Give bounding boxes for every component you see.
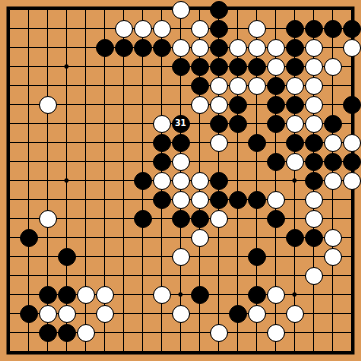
black-stone: [191, 58, 209, 76]
point-white: [323, 228, 342, 247]
intersection[interactable]: [209, 247, 228, 266]
black-stone: [267, 153, 285, 171]
point-black: [190, 209, 209, 228]
intersection[interactable]: [209, 152, 228, 171]
intersection[interactable]: [266, 342, 285, 361]
intersection[interactable]: [342, 57, 361, 76]
intersection[interactable]: [114, 190, 133, 209]
point-black: [133, 209, 152, 228]
intersection[interactable]: [19, 95, 38, 114]
intersection[interactable]: [304, 323, 323, 342]
intersection[interactable]: [57, 209, 76, 228]
black-stone: [191, 286, 209, 304]
point-white: [152, 19, 171, 38]
intersection[interactable]: [190, 0, 209, 19]
intersection[interactable]: [209, 228, 228, 247]
intersection[interactable]: [95, 19, 114, 38]
intersection[interactable]: [38, 190, 57, 209]
intersection[interactable]: [57, 57, 76, 76]
intersection[interactable]: [247, 95, 266, 114]
intersection[interactable]: [323, 342, 342, 361]
intersection[interactable]: [285, 323, 304, 342]
intersection[interactable]: [0, 285, 19, 304]
intersection[interactable]: [114, 247, 133, 266]
intersection[interactable]: [342, 209, 361, 228]
intersection[interactable]: [95, 190, 114, 209]
intersection[interactable]: [0, 209, 19, 228]
intersection[interactable]: [95, 114, 114, 133]
white-stone: [343, 172, 361, 190]
intersection[interactable]: [57, 266, 76, 285]
point-black: [133, 38, 152, 57]
intersection[interactable]: [76, 95, 95, 114]
white-stone: [286, 77, 304, 95]
point-black: [209, 38, 228, 57]
intersection[interactable]: [152, 57, 171, 76]
intersection[interactable]: [38, 247, 57, 266]
intersection[interactable]: [114, 323, 133, 342]
white-stone: [39, 305, 57, 323]
intersection[interactable]: [228, 266, 247, 285]
intersection[interactable]: [304, 342, 323, 361]
intersection[interactable]: [133, 0, 152, 19]
intersection[interactable]: [247, 228, 266, 247]
intersection[interactable]: [133, 285, 152, 304]
intersection[interactable]: [133, 114, 152, 133]
intersection[interactable]: [19, 190, 38, 209]
intersection[interactable]: [133, 304, 152, 323]
intersection[interactable]: [266, 171, 285, 190]
intersection[interactable]: [133, 57, 152, 76]
intersection[interactable]: [152, 76, 171, 95]
point-white: [285, 304, 304, 323]
intersection[interactable]: [0, 266, 19, 285]
intersection[interactable]: [57, 38, 76, 57]
intersection[interactable]: [76, 304, 95, 323]
intersection[interactable]: [190, 342, 209, 361]
intersection[interactable]: [0, 304, 19, 323]
intersection[interactable]: [114, 228, 133, 247]
intersection[interactable]: [209, 304, 228, 323]
intersection[interactable]: [76, 19, 95, 38]
intersection[interactable]: [285, 285, 304, 304]
intersection[interactable]: [228, 0, 247, 19]
point-white: [133, 19, 152, 38]
intersection[interactable]: [342, 304, 361, 323]
white-stone: [210, 96, 228, 114]
intersection[interactable]: [38, 266, 57, 285]
intersection[interactable]: [19, 133, 38, 152]
intersection[interactable]: [133, 190, 152, 209]
intersection[interactable]: [76, 171, 95, 190]
intersection[interactable]: [342, 228, 361, 247]
intersection[interactable]: [114, 152, 133, 171]
intersection[interactable]: [133, 152, 152, 171]
intersection[interactable]: [133, 323, 152, 342]
intersection[interactable]: [57, 114, 76, 133]
black-stone: [286, 39, 304, 57]
intersection[interactable]: [76, 57, 95, 76]
intersection[interactable]: [342, 285, 361, 304]
intersection[interactable]: [209, 342, 228, 361]
intersection[interactable]: [285, 0, 304, 19]
intersection[interactable]: [76, 152, 95, 171]
intersection[interactable]: [38, 133, 57, 152]
intersection[interactable]: [285, 209, 304, 228]
intersection[interactable]: [323, 209, 342, 228]
intersection[interactable]: [95, 95, 114, 114]
intersection[interactable]: [152, 0, 171, 19]
black-stone: [248, 134, 266, 152]
intersection[interactable]: [0, 114, 19, 133]
intersection[interactable]: [57, 228, 76, 247]
intersection[interactable]: [95, 228, 114, 247]
intersection[interactable]: [114, 171, 133, 190]
intersection[interactable]: [285, 266, 304, 285]
point-black: [95, 38, 114, 57]
intersection[interactable]: [114, 209, 133, 228]
intersection[interactable]: [76, 76, 95, 95]
black-stone: [267, 96, 285, 114]
intersection[interactable]: [342, 247, 361, 266]
intersection[interactable]: [38, 19, 57, 38]
intersection[interactable]: [76, 190, 95, 209]
intersection[interactable]: [19, 38, 38, 57]
intersection[interactable]: [342, 323, 361, 342]
intersection[interactable]: [95, 57, 114, 76]
intersection[interactable]: [0, 95, 19, 114]
intersection[interactable]: [0, 57, 19, 76]
point-black: [304, 133, 323, 152]
point-black: [57, 247, 76, 266]
intersection[interactable]: [266, 228, 285, 247]
black-stone: [229, 191, 247, 209]
intersection[interactable]: [152, 228, 171, 247]
intersection[interactable]: [38, 342, 57, 361]
intersection[interactable]: [171, 323, 190, 342]
point-white: [190, 38, 209, 57]
intersection[interactable]: [19, 57, 38, 76]
intersection[interactable]: [171, 95, 190, 114]
intersection[interactable]: [152, 247, 171, 266]
point-black: [342, 95, 361, 114]
intersection[interactable]: [76, 38, 95, 57]
intersection[interactable]: [190, 152, 209, 171]
intersection[interactable]: [19, 285, 38, 304]
intersection[interactable]: [38, 0, 57, 19]
black-stone: [267, 77, 285, 95]
point-white: [38, 95, 57, 114]
black-stone: [324, 153, 342, 171]
intersection[interactable]: [304, 0, 323, 19]
intersection[interactable]: [95, 76, 114, 95]
intersection[interactable]: [323, 0, 342, 19]
intersection[interactable]: [228, 209, 247, 228]
intersection[interactable]: [133, 228, 152, 247]
black-stone: [286, 96, 304, 114]
intersection[interactable]: [19, 114, 38, 133]
intersection[interactable]: [247, 0, 266, 19]
intersection[interactable]: [95, 247, 114, 266]
intersection[interactable]: [228, 19, 247, 38]
intersection[interactable]: [190, 247, 209, 266]
intersection[interactable]: [247, 323, 266, 342]
intersection[interactable]: [76, 228, 95, 247]
intersection[interactable]: [114, 95, 133, 114]
black-stone: [20, 305, 38, 323]
intersection[interactable]: [323, 323, 342, 342]
intersection[interactable]: [0, 247, 19, 266]
intersection[interactable]: [133, 133, 152, 152]
intersection[interactable]: [304, 304, 323, 323]
black-stone: [134, 172, 152, 190]
black-stone: [286, 229, 304, 247]
intersection[interactable]: [57, 342, 76, 361]
white-stone: [172, 305, 190, 323]
point-black: [209, 190, 228, 209]
point-white: [38, 304, 57, 323]
intersection[interactable]: [152, 323, 171, 342]
intersection[interactable]: [190, 266, 209, 285]
intersection[interactable]: [228, 342, 247, 361]
intersection[interactable]: [38, 76, 57, 95]
intersection[interactable]: [95, 323, 114, 342]
intersection[interactable]: [285, 190, 304, 209]
intersection[interactable]: [19, 152, 38, 171]
intersection[interactable]: [95, 152, 114, 171]
intersection[interactable]: [266, 0, 285, 19]
intersection[interactable]: [152, 266, 171, 285]
intersection[interactable]: [133, 76, 152, 95]
intersection[interactable]: [76, 114, 95, 133]
black-stone: [58, 248, 76, 266]
point-white: [304, 190, 323, 209]
point-white: [266, 285, 285, 304]
intersection[interactable]: [57, 0, 76, 19]
intersection[interactable]: [247, 152, 266, 171]
intersection[interactable]: [19, 342, 38, 361]
point-white: [171, 190, 190, 209]
intersection[interactable]: [57, 133, 76, 152]
black-stone: [153, 191, 171, 209]
intersection[interactable]: [171, 285, 190, 304]
intersection[interactable]: [114, 342, 133, 361]
intersection[interactable]: [0, 76, 19, 95]
black-stone: [210, 115, 228, 133]
point-white: [209, 209, 228, 228]
intersection[interactable]: [323, 285, 342, 304]
white-stone: [229, 77, 247, 95]
intersection[interactable]: [342, 0, 361, 19]
intersection[interactable]: [266, 304, 285, 323]
intersection[interactable]: [323, 266, 342, 285]
white-stone: [39, 210, 57, 228]
intersection[interactable]: [95, 171, 114, 190]
intersection[interactable]: [19, 19, 38, 38]
intersection[interactable]: [114, 304, 133, 323]
intersection[interactable]: [19, 0, 38, 19]
point-black: [266, 76, 285, 95]
intersection[interactable]: [76, 342, 95, 361]
intersection[interactable]: [114, 0, 133, 19]
intersection[interactable]: [76, 247, 95, 266]
intersection[interactable]: [19, 323, 38, 342]
point-black: [171, 57, 190, 76]
intersection[interactable]: [38, 228, 57, 247]
intersection[interactable]: [247, 266, 266, 285]
intersection[interactable]: [342, 114, 361, 133]
intersection[interactable]: [0, 19, 19, 38]
intersection[interactable]: [152, 209, 171, 228]
intersection[interactable]: [114, 57, 133, 76]
intersection[interactable]: [133, 247, 152, 266]
intersection[interactable]: [133, 95, 152, 114]
intersection[interactable]: [247, 171, 266, 190]
point-black: [152, 133, 171, 152]
intersection[interactable]: [323, 76, 342, 95]
intersection[interactable]: [285, 171, 304, 190]
intersection[interactable]: [38, 114, 57, 133]
intersection[interactable]: [171, 342, 190, 361]
intersection[interactable]: [247, 342, 266, 361]
point-black: [247, 285, 266, 304]
intersection[interactable]: [95, 209, 114, 228]
intersection[interactable]: [342, 76, 361, 95]
black-stone: [153, 39, 171, 57]
intersection[interactable]: [0, 133, 19, 152]
intersection[interactable]: [0, 323, 19, 342]
black-stone: [343, 96, 361, 114]
intersection[interactable]: [19, 76, 38, 95]
intersection[interactable]: [19, 266, 38, 285]
intersection[interactable]: [266, 19, 285, 38]
intersection[interactable]: [342, 190, 361, 209]
intersection[interactable]: [247, 114, 266, 133]
intersection[interactable]: [0, 171, 19, 190]
intersection[interactable]: [228, 323, 247, 342]
point-black: [209, 19, 228, 38]
intersection[interactable]: [133, 266, 152, 285]
intersection[interactable]: [304, 247, 323, 266]
intersection[interactable]: [190, 114, 209, 133]
intersection[interactable]: [152, 304, 171, 323]
black-stone: [267, 210, 285, 228]
intersection[interactable]: [209, 266, 228, 285]
intersection[interactable]: [38, 38, 57, 57]
intersection[interactable]: [266, 247, 285, 266]
intersection[interactable]: [266, 133, 285, 152]
intersection[interactable]: [95, 133, 114, 152]
intersection[interactable]: [19, 171, 38, 190]
intersection[interactable]: [285, 342, 304, 361]
intersection[interactable]: [152, 95, 171, 114]
intersection[interactable]: [57, 95, 76, 114]
intersection[interactable]: [304, 285, 323, 304]
intersection[interactable]: [266, 266, 285, 285]
point-black: [266, 209, 285, 228]
intersection[interactable]: [171, 76, 190, 95]
intersection[interactable]: [171, 266, 190, 285]
intersection[interactable]: [57, 171, 76, 190]
intersection[interactable]: [57, 190, 76, 209]
intersection[interactable]: [114, 266, 133, 285]
intersection[interactable]: [0, 228, 19, 247]
point-white: [171, 247, 190, 266]
intersection[interactable]: [114, 133, 133, 152]
intersection[interactable]: [190, 323, 209, 342]
intersection[interactable]: [190, 133, 209, 152]
point-white: [190, 19, 209, 38]
intersection[interactable]: [190, 304, 209, 323]
intersection[interactable]: [323, 190, 342, 209]
intersection[interactable]: [95, 0, 114, 19]
intersection[interactable]: [95, 266, 114, 285]
intersection[interactable]: [114, 114, 133, 133]
intersection[interactable]: [228, 247, 247, 266]
intersection[interactable]: [38, 152, 57, 171]
intersection[interactable]: [76, 266, 95, 285]
intersection[interactable]: [228, 228, 247, 247]
intersection[interactable]: [114, 285, 133, 304]
intersection[interactable]: [342, 342, 361, 361]
intersection[interactable]: [76, 209, 95, 228]
intersection[interactable]: [228, 285, 247, 304]
point-white: [190, 190, 209, 209]
intersection[interactable]: [171, 19, 190, 38]
intersection[interactable]: [114, 76, 133, 95]
intersection[interactable]: [57, 76, 76, 95]
intersection[interactable]: [247, 209, 266, 228]
intersection[interactable]: [76, 0, 95, 19]
point-black: [285, 57, 304, 76]
intersection[interactable]: [38, 171, 57, 190]
intersection[interactable]: [228, 171, 247, 190]
intersection[interactable]: [0, 342, 19, 361]
intersection[interactable]: [0, 38, 19, 57]
white-stone: [267, 324, 285, 342]
intersection[interactable]: [285, 247, 304, 266]
intersection[interactable]: [323, 95, 342, 114]
intersection[interactable]: [323, 38, 342, 57]
intersection[interactable]: [0, 152, 19, 171]
intersection[interactable]: [57, 152, 76, 171]
intersection[interactable]: [228, 152, 247, 171]
point-black: [209, 114, 228, 133]
go-board[interactable]: 31: [0, 0, 361, 361]
intersection[interactable]: [95, 342, 114, 361]
intersection[interactable]: [209, 285, 228, 304]
intersection[interactable]: [228, 133, 247, 152]
intersection[interactable]: [152, 342, 171, 361]
white-stone: [210, 134, 228, 152]
intersection[interactable]: [171, 228, 190, 247]
intersection[interactable]: [0, 190, 19, 209]
intersection[interactable]: [133, 342, 152, 361]
white-stone: [305, 191, 323, 209]
intersection[interactable]: [76, 133, 95, 152]
intersection[interactable]: [0, 0, 19, 19]
point-white: [228, 76, 247, 95]
point-white: [95, 304, 114, 323]
intersection[interactable]: [38, 57, 57, 76]
intersection[interactable]: [342, 266, 361, 285]
intersection[interactable]: [57, 19, 76, 38]
point-white: [152, 171, 171, 190]
intersection[interactable]: [19, 209, 38, 228]
intersection[interactable]: [323, 304, 342, 323]
intersection[interactable]: [19, 247, 38, 266]
black-stone: [324, 115, 342, 133]
